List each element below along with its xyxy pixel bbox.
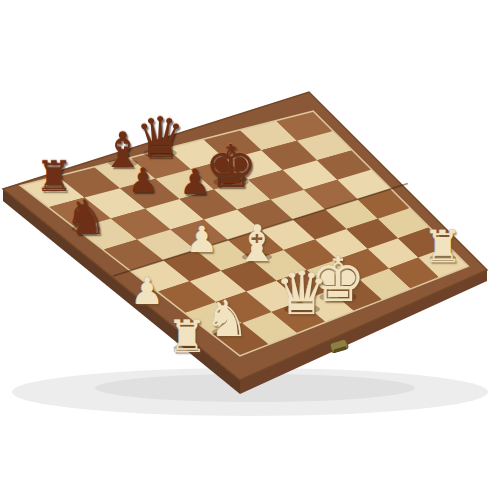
black-pawn-d7: ♟	[123, 163, 164, 197]
black-pawn-e6: ♟	[174, 165, 216, 200]
white-rook-h1: ♜	[417, 225, 470, 269]
white-pawn-c4: ♟	[180, 222, 223, 258]
white-queen-c1: ♛	[266, 263, 338, 323]
white-rook-b1: ♜	[160, 314, 214, 359]
chess-set-product-photo: ♛♝♚♜♟♟♞♟♝♜♚♟♛♞♜	[0, 0, 500, 500]
black-knight-b6: ♞	[57, 193, 115, 241]
white-pawn-b2: ♟	[125, 273, 169, 310]
